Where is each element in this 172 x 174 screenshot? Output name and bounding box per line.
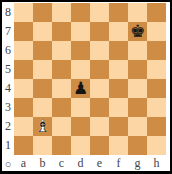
square-b1[interactable] [33,136,52,155]
square-f2[interactable] [109,117,128,136]
square-e7[interactable] [90,22,109,41]
file-label-d: d [71,155,90,171]
square-h2[interactable] [147,117,166,136]
file-label-b: b [33,155,52,171]
square-g7[interactable]: ♚ [128,22,147,41]
rank-label-7: 7 [2,22,14,41]
square-a6[interactable] [14,41,33,60]
square-h5[interactable] [147,60,166,79]
square-h8[interactable] [147,3,166,22]
square-d7[interactable] [71,22,90,41]
square-f8[interactable] [109,3,128,22]
square-a4[interactable] [14,79,33,98]
square-e2[interactable] [90,117,109,136]
rank-label-5: 5 [2,60,14,79]
square-a7[interactable] [14,22,33,41]
square-c3[interactable] [52,98,71,117]
square-e1[interactable] [90,136,109,155]
square-h1[interactable] [147,136,166,155]
diagram-layout: 87654321 ♚♟♝♗ ○ abcdefgh [2,2,170,171]
square-e3[interactable] [90,98,109,117]
square-d5[interactable] [71,60,90,79]
square-b6[interactable] [33,41,52,60]
square-h3[interactable] [147,98,166,117]
file-label-g: g [128,155,147,171]
chess-board[interactable]: ♚♟♝♗ [14,3,166,155]
square-d6[interactable] [71,41,90,60]
square-f6[interactable] [109,41,128,60]
black-pawn[interactable]: ♟ [71,79,90,98]
file-label-a: a [14,155,33,171]
square-c2[interactable] [52,117,71,136]
white-bishop[interactable]: ♗ [33,117,52,136]
square-f5[interactable] [109,60,128,79]
square-a2[interactable] [14,117,33,136]
square-e5[interactable] [90,60,109,79]
square-d4[interactable]: ♟ [71,79,90,98]
rank-labels: 87654321 [2,3,14,155]
square-b8[interactable] [33,3,52,22]
file-labels: ○ abcdefgh [2,155,170,171]
square-f4[interactable] [109,79,128,98]
square-c8[interactable] [52,3,71,22]
square-f1[interactable] [109,136,128,155]
rank-label-4: 4 [2,79,14,98]
square-b7[interactable] [33,22,52,41]
square-d2[interactable] [71,117,90,136]
square-e6[interactable] [90,41,109,60]
file-label-f: f [109,155,128,171]
rank-label-2: 2 [2,117,14,136]
rank-label-3: 3 [2,98,14,117]
square-d1[interactable] [71,136,90,155]
white-bishop-fill: ♝ [33,117,52,136]
square-c6[interactable] [52,41,71,60]
square-d3[interactable] [71,98,90,117]
square-c5[interactable] [52,60,71,79]
square-e4[interactable] [90,79,109,98]
rank-label-8: 8 [2,3,14,22]
square-b2[interactable]: ♝♗ [33,117,52,136]
square-f7[interactable] [109,22,128,41]
square-c7[interactable] [52,22,71,41]
square-e8[interactable] [90,3,109,22]
chess-diagram: 87654321 ♚♟♝♗ ○ abcdefgh [0,0,172,174]
square-a1[interactable] [14,136,33,155]
square-a5[interactable] [14,60,33,79]
square-g4[interactable] [128,79,147,98]
square-b4[interactable] [33,79,52,98]
file-label-h: h [147,155,166,171]
file-label-c: c [52,155,71,171]
square-g5[interactable] [128,60,147,79]
square-c4[interactable] [52,79,71,98]
square-g1[interactable] [128,136,147,155]
file-label-e: e [90,155,109,171]
square-h7[interactable] [147,22,166,41]
square-b5[interactable] [33,60,52,79]
square-d8[interactable] [71,3,90,22]
square-g8[interactable] [128,3,147,22]
square-h6[interactable] [147,41,166,60]
square-c1[interactable] [52,136,71,155]
square-g2[interactable] [128,117,147,136]
square-g6[interactable] [128,41,147,60]
square-a8[interactable] [14,3,33,22]
black-king[interactable]: ♚ [128,22,147,41]
rank-label-6: 6 [2,41,14,60]
square-h4[interactable] [147,79,166,98]
square-g3[interactable] [128,98,147,117]
square-b3[interactable] [33,98,52,117]
square-f3[interactable] [109,98,128,117]
rank-label-1: 1 [2,136,14,155]
side-to-move-indicator: ○ [2,157,14,170]
square-a3[interactable] [14,98,33,117]
